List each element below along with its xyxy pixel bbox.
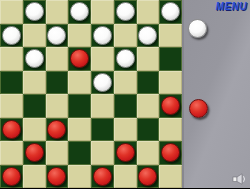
square-r1c7[interactable] [159, 24, 182, 48]
red-piece[interactable] [70, 49, 89, 68]
square-r5c5[interactable] [114, 118, 137, 142]
red-piece[interactable] [2, 120, 21, 139]
square-r5c2[interactable] [46, 118, 69, 142]
square-r3c7[interactable] [159, 71, 182, 95]
square-r0c2[interactable] [46, 0, 69, 24]
red-piece[interactable] [25, 143, 44, 162]
speaker-icon[interactable] [232, 173, 247, 185]
square-r1c5[interactable] [114, 24, 137, 48]
square-r2c7[interactable] [159, 47, 182, 71]
square-r3c4[interactable] [91, 71, 114, 95]
square-r2c4[interactable] [91, 47, 114, 71]
square-r6c3[interactable] [68, 141, 91, 165]
square-r2c6[interactable] [137, 47, 160, 71]
square-r7c6[interactable] [137, 165, 160, 189]
square-r2c5[interactable] [114, 47, 137, 71]
square-r4c3[interactable] [68, 94, 91, 118]
square-r7c4[interactable] [91, 165, 114, 189]
white-piece[interactable] [47, 26, 66, 45]
square-r6c2[interactable] [46, 141, 69, 165]
white-piece-indicator [188, 19, 207, 38]
red-piece-indicator [189, 99, 208, 118]
square-r4c5[interactable] [114, 94, 137, 118]
captured-white-indicator [188, 19, 207, 38]
white-piece[interactable] [2, 26, 21, 45]
square-r2c2[interactable] [46, 47, 69, 71]
captured-red-indicator [189, 99, 208, 118]
square-r3c0[interactable] [0, 71, 23, 95]
square-r0c1[interactable] [23, 0, 46, 24]
square-r1c0[interactable] [0, 24, 23, 48]
square-r1c4[interactable] [91, 24, 114, 48]
square-r6c6[interactable] [137, 141, 160, 165]
white-piece[interactable] [93, 73, 112, 92]
game-window: MENU [0, 0, 250, 188]
square-r4c4[interactable] [91, 94, 114, 118]
red-piece[interactable] [116, 143, 135, 162]
square-r7c2[interactable] [46, 165, 69, 189]
red-piece[interactable] [93, 167, 112, 186]
square-r6c0[interactable] [0, 141, 23, 165]
red-piece[interactable] [161, 96, 180, 115]
square-r3c1[interactable] [23, 71, 46, 95]
square-r5c6[interactable] [137, 118, 160, 142]
square-r7c3[interactable] [68, 165, 91, 189]
square-r4c1[interactable] [23, 94, 46, 118]
square-r5c7[interactable] [159, 118, 182, 142]
square-r0c0[interactable] [0, 0, 23, 24]
red-piece[interactable] [47, 167, 66, 186]
white-piece[interactable] [116, 49, 135, 68]
red-piece[interactable] [161, 143, 180, 162]
square-r6c4[interactable] [91, 141, 114, 165]
square-r1c6[interactable] [137, 24, 160, 48]
square-r0c5[interactable] [114, 0, 137, 24]
square-r2c3[interactable] [68, 47, 91, 71]
menu-button[interactable]: MENU [216, 1, 247, 12]
square-r3c2[interactable] [46, 71, 69, 95]
square-r6c7[interactable] [159, 141, 182, 165]
square-r1c1[interactable] [23, 24, 46, 48]
board [0, 0, 182, 188]
square-r5c1[interactable] [23, 118, 46, 142]
square-r1c2[interactable] [46, 24, 69, 48]
square-r7c0[interactable] [0, 165, 23, 189]
square-r5c3[interactable] [68, 118, 91, 142]
square-r0c7[interactable] [159, 0, 182, 24]
square-r5c4[interactable] [91, 118, 114, 142]
square-r2c1[interactable] [23, 47, 46, 71]
square-r6c1[interactable] [23, 141, 46, 165]
white-piece[interactable] [93, 26, 112, 45]
white-piece[interactable] [116, 2, 135, 21]
square-r4c2[interactable] [46, 94, 69, 118]
red-piece[interactable] [47, 120, 66, 139]
square-r0c6[interactable] [137, 0, 160, 24]
square-r3c3[interactable] [68, 71, 91, 95]
red-piece[interactable] [2, 167, 21, 186]
square-r1c3[interactable] [68, 24, 91, 48]
square-r6c5[interactable] [114, 141, 137, 165]
red-piece[interactable] [138, 167, 157, 186]
white-piece[interactable] [161, 2, 180, 21]
square-r7c7[interactable] [159, 165, 182, 189]
square-r3c6[interactable] [137, 71, 160, 95]
square-r5c0[interactable] [0, 118, 23, 142]
square-r7c1[interactable] [23, 165, 46, 189]
square-r3c5[interactable] [114, 71, 137, 95]
square-r4c0[interactable] [0, 94, 23, 118]
square-r4c6[interactable] [137, 94, 160, 118]
white-piece[interactable] [70, 2, 89, 21]
square-r0c3[interactable] [68, 0, 91, 24]
white-piece[interactable] [138, 26, 157, 45]
sidebar: MENU [182, 0, 250, 188]
square-r7c5[interactable] [114, 165, 137, 189]
square-r2c0[interactable] [0, 47, 23, 71]
white-piece[interactable] [25, 2, 44, 21]
white-piece[interactable] [25, 49, 44, 68]
square-r0c4[interactable] [91, 0, 114, 24]
square-r4c7[interactable] [159, 94, 182, 118]
